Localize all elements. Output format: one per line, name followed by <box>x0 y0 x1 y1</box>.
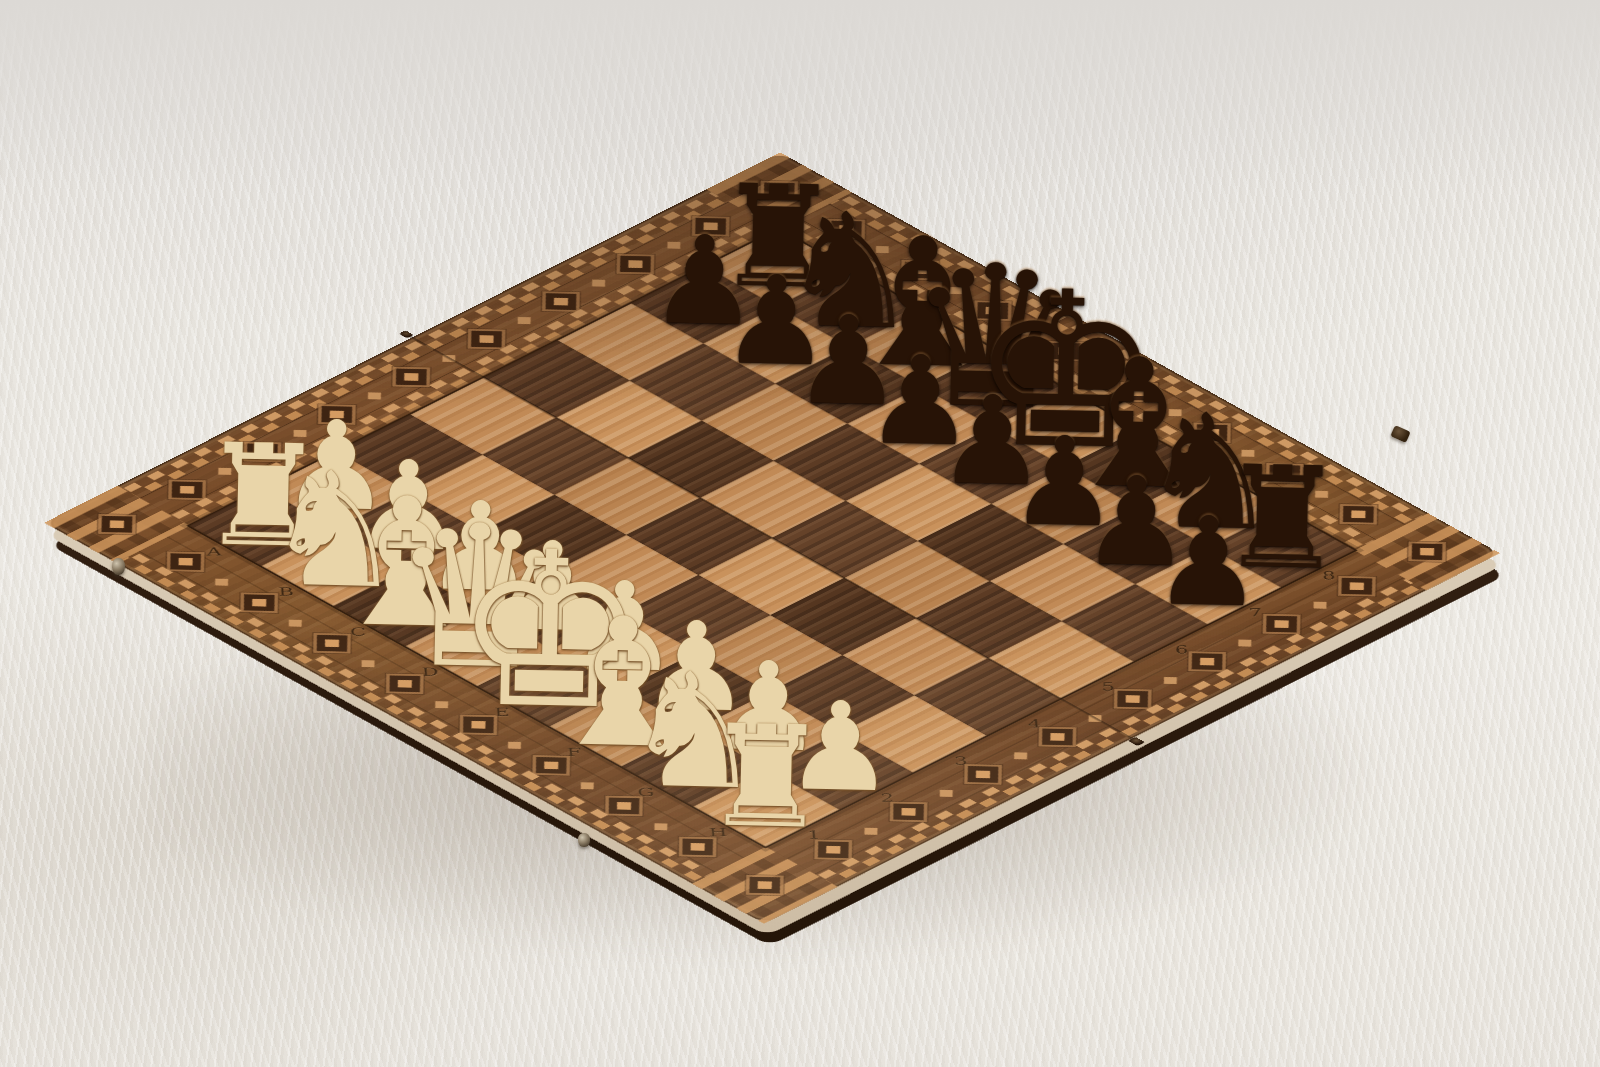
small-diamond-inlay-icon <box>581 782 594 789</box>
diamond-inlay-icon <box>818 841 849 858</box>
diamond-inlay-icon <box>1412 543 1443 560</box>
small-diamond-inlay-icon <box>1313 602 1326 609</box>
diamond-inlay-icon <box>170 554 201 571</box>
diamond-inlay-icon <box>1342 578 1373 595</box>
small-diamond-inlay-icon <box>950 287 963 294</box>
small-diamond-inlay-icon <box>1238 639 1251 646</box>
small-diamond-inlay-icon <box>517 317 530 324</box>
diamond-inlay-icon <box>749 877 780 894</box>
hinge-pin <box>112 558 125 575</box>
diamond-inlay-icon <box>1197 424 1228 441</box>
diamond-inlay-icon <box>247 444 278 461</box>
small-diamond-inlay-icon <box>216 579 229 586</box>
small-diamond-inlay-icon <box>1164 677 1177 684</box>
diamond-inlay-icon <box>536 757 567 774</box>
small-diamond-inlay-icon <box>592 279 605 286</box>
diamond-inlay-icon <box>471 331 502 348</box>
small-diamond-inlay-icon <box>435 701 448 708</box>
photo-scene: ABCDEFGH 87654321 ♜♞♝♛♚♝♞♜♟♟♟♟♟♟♟♟♟♟♟♟♟♟… <box>0 0 1600 1067</box>
small-diamond-inlay-icon <box>368 392 381 399</box>
diamond-inlay-icon <box>695 218 726 235</box>
small-diamond-inlay-icon <box>508 742 521 749</box>
diamond-inlay-icon <box>1050 343 1081 360</box>
diamond-inlay-icon <box>396 368 427 385</box>
blurred-backdrop <box>0 0 1600 190</box>
small-diamond-inlay-icon <box>939 790 952 797</box>
diamond-inlay-icon <box>893 804 924 821</box>
diamond-inlay-icon <box>546 293 577 310</box>
small-diamond-inlay-icon <box>293 430 306 437</box>
diamond-inlay-icon <box>977 302 1008 319</box>
small-diamond-inlay-icon <box>1023 327 1036 334</box>
diamond-inlay-icon <box>1267 616 1298 633</box>
small-diamond-inlay-icon <box>1169 409 1182 416</box>
diamond-inlay-icon <box>1270 465 1301 482</box>
diamond-inlay-icon <box>831 221 862 238</box>
small-diamond-inlay-icon <box>218 467 231 474</box>
small-diamond-inlay-icon <box>1242 450 1255 457</box>
diamond-inlay-icon <box>904 262 935 279</box>
small-diamond-inlay-icon <box>289 619 302 626</box>
diamond-inlay-icon <box>609 798 640 815</box>
diamond-inlay-icon <box>682 839 713 856</box>
clasp-stud <box>578 833 590 847</box>
diamond-inlay-icon <box>1192 653 1223 670</box>
small-diamond-inlay-icon <box>1014 752 1027 759</box>
diamond-inlay-icon <box>102 516 133 533</box>
small-diamond-inlay-icon <box>1315 490 1328 497</box>
diamond-inlay-icon <box>316 635 347 652</box>
small-diamond-inlay-icon <box>877 246 890 253</box>
diamond-inlay-icon <box>1124 384 1155 401</box>
diamond-inlay-icon <box>968 766 999 783</box>
diamond-inlay-icon <box>620 256 651 273</box>
diamond-inlay-icon <box>463 716 494 733</box>
diamond-inlay-icon <box>172 481 203 498</box>
diamond-inlay-icon <box>321 406 352 423</box>
small-diamond-inlay-icon <box>654 823 667 830</box>
diamond-inlay-icon <box>243 594 274 611</box>
small-diamond-inlay-icon <box>1096 368 1109 375</box>
diamond-inlay-icon <box>1117 691 1148 708</box>
small-diamond-inlay-icon <box>667 242 680 249</box>
diamond-inlay-icon <box>764 182 795 199</box>
diamond-inlay-icon <box>1043 729 1074 746</box>
small-diamond-inlay-icon <box>362 660 375 667</box>
diamond-inlay-icon <box>1343 506 1374 523</box>
small-diamond-inlay-icon <box>865 827 878 834</box>
diamond-inlay-icon <box>389 676 420 693</box>
